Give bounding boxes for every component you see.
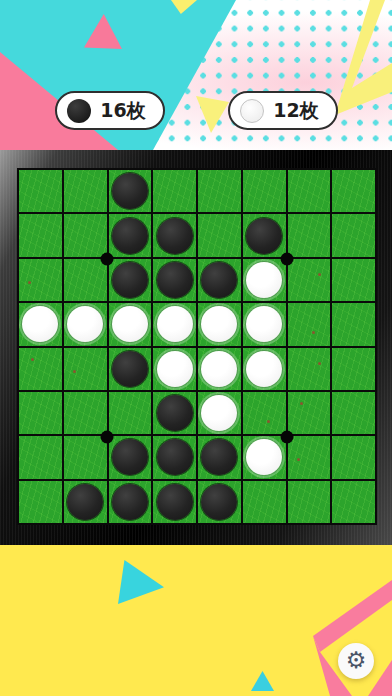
cell-h6[interactable] bbox=[332, 392, 375, 434]
pink-triangle-outline-decor bbox=[0, 545, 392, 696]
cell-f7[interactable] bbox=[243, 436, 286, 478]
cell-g5[interactable] bbox=[288, 348, 331, 390]
white-disc-e5 bbox=[201, 351, 237, 387]
black-disc-c5 bbox=[112, 351, 148, 387]
cell-g4[interactable] bbox=[288, 303, 331, 345]
black-disc-icon bbox=[67, 99, 91, 123]
black-disc-b8 bbox=[67, 484, 103, 520]
cell-e4[interactable] bbox=[198, 303, 241, 345]
cell-f2[interactable] bbox=[243, 214, 286, 256]
cell-g6[interactable] bbox=[288, 392, 331, 434]
cell-b7[interactable] bbox=[64, 436, 107, 478]
black-disc-e3 bbox=[201, 262, 237, 298]
othello-board[interactable] bbox=[17, 168, 377, 525]
cell-f4[interactable] bbox=[243, 303, 286, 345]
cell-c3[interactable] bbox=[109, 259, 152, 301]
cell-c6[interactable] bbox=[109, 392, 152, 434]
white-disc-d4 bbox=[157, 306, 193, 342]
cell-e2[interactable] bbox=[198, 214, 241, 256]
cell-g7[interactable] bbox=[288, 436, 331, 478]
cell-b5[interactable] bbox=[64, 348, 107, 390]
cell-b6[interactable] bbox=[64, 392, 107, 434]
black-disc-c7 bbox=[112, 439, 148, 475]
cell-c7[interactable] bbox=[109, 436, 152, 478]
cell-g1[interactable] bbox=[288, 170, 331, 212]
cell-c2[interactable] bbox=[109, 214, 152, 256]
cell-a3[interactable] bbox=[19, 259, 62, 301]
app-screen: 16枚 12枚 ⚙ bbox=[0, 0, 392, 696]
cell-b2[interactable] bbox=[64, 214, 107, 256]
cell-d3[interactable] bbox=[153, 259, 196, 301]
white-disc-f7 bbox=[246, 439, 282, 475]
settings-button[interactable]: ⚙ bbox=[338, 643, 374, 679]
cell-g8[interactable] bbox=[288, 481, 331, 523]
felt-speck bbox=[300, 402, 303, 405]
white-disc-f4 bbox=[246, 306, 282, 342]
cell-f5[interactable] bbox=[243, 348, 286, 390]
cell-d1[interactable] bbox=[153, 170, 196, 212]
cell-e6[interactable] bbox=[198, 392, 241, 434]
white-score-pill: 12枚 bbox=[228, 91, 338, 130]
white-score-label: 12枚 bbox=[264, 98, 336, 124]
yellow-band-decor bbox=[0, 0, 392, 150]
cell-c4[interactable] bbox=[109, 303, 152, 345]
cell-f6[interactable] bbox=[243, 392, 286, 434]
cell-d8[interactable] bbox=[153, 481, 196, 523]
cell-a4[interactable] bbox=[19, 303, 62, 345]
white-disc-d5 bbox=[157, 351, 193, 387]
white-disc-a4 bbox=[22, 306, 58, 342]
cell-f3[interactable] bbox=[243, 259, 286, 301]
felt-speck bbox=[312, 331, 315, 334]
white-disc-b4 bbox=[67, 306, 103, 342]
white-disc-icon bbox=[240, 99, 264, 123]
star-point-top-left bbox=[101, 253, 114, 266]
cell-d5[interactable] bbox=[153, 348, 196, 390]
cell-f1[interactable] bbox=[243, 170, 286, 212]
cell-a5[interactable] bbox=[19, 348, 62, 390]
cell-a7[interactable] bbox=[19, 436, 62, 478]
cell-h8[interactable] bbox=[332, 481, 375, 523]
footer: ⚙ bbox=[0, 545, 392, 696]
cell-d6[interactable] bbox=[153, 392, 196, 434]
cell-a1[interactable] bbox=[19, 170, 62, 212]
cell-b3[interactable] bbox=[64, 259, 107, 301]
felt-speck bbox=[318, 273, 321, 276]
star-point-bottom-left bbox=[101, 431, 114, 444]
cell-h7[interactable] bbox=[332, 436, 375, 478]
gear-icon: ⚙ bbox=[346, 649, 367, 672]
board-frame bbox=[0, 150, 392, 545]
cell-d2[interactable] bbox=[153, 214, 196, 256]
black-disc-e8 bbox=[201, 484, 237, 520]
black-disc-c1 bbox=[112, 173, 148, 209]
black-disc-c2 bbox=[112, 218, 148, 254]
felt-speck bbox=[267, 420, 270, 423]
felt-speck bbox=[297, 458, 300, 461]
cell-h2[interactable] bbox=[332, 214, 375, 256]
felt-speck bbox=[31, 358, 34, 361]
cell-c1[interactable] bbox=[109, 170, 152, 212]
header: 16枚 12枚 bbox=[0, 0, 392, 150]
cell-d7[interactable] bbox=[153, 436, 196, 478]
black-disc-d8 bbox=[157, 484, 193, 520]
cell-e1[interactable] bbox=[198, 170, 241, 212]
cell-h5[interactable] bbox=[332, 348, 375, 390]
white-disc-c4 bbox=[112, 306, 148, 342]
white-disc-f5 bbox=[246, 351, 282, 387]
cell-a6[interactable] bbox=[19, 392, 62, 434]
felt-speck bbox=[318, 362, 321, 365]
black-disc-f2 bbox=[246, 218, 282, 254]
cell-h4[interactable] bbox=[332, 303, 375, 345]
black-disc-d7 bbox=[157, 439, 193, 475]
white-disc-f3 bbox=[246, 262, 282, 298]
black-disc-c8 bbox=[112, 484, 148, 520]
cell-h1[interactable] bbox=[332, 170, 375, 212]
black-disc-d3 bbox=[157, 262, 193, 298]
felt-speck bbox=[73, 370, 76, 373]
white-disc-e6 bbox=[201, 395, 237, 431]
white-disc-e4 bbox=[201, 306, 237, 342]
cell-a8[interactable] bbox=[19, 481, 62, 523]
cell-c5[interactable] bbox=[109, 348, 152, 390]
cell-e5[interactable] bbox=[198, 348, 241, 390]
black-score-label: 16枚 bbox=[91, 98, 163, 124]
black-disc-d6 bbox=[157, 395, 193, 431]
cell-f8[interactable] bbox=[243, 481, 286, 523]
cell-c8[interactable] bbox=[109, 481, 152, 523]
star-point-bottom-right bbox=[281, 431, 294, 444]
cell-g3[interactable] bbox=[288, 259, 331, 301]
cell-e8[interactable] bbox=[198, 481, 241, 523]
felt-speck bbox=[28, 281, 31, 284]
black-disc-e7 bbox=[201, 439, 237, 475]
black-disc-d2 bbox=[157, 218, 193, 254]
star-point-top-right bbox=[281, 253, 294, 266]
cell-b4[interactable] bbox=[64, 303, 107, 345]
black-disc-c3 bbox=[112, 262, 148, 298]
cell-a2[interactable] bbox=[19, 214, 62, 256]
cell-b8[interactable] bbox=[64, 481, 107, 523]
cell-e7[interactable] bbox=[198, 436, 241, 478]
cell-b1[interactable] bbox=[64, 170, 107, 212]
cell-e3[interactable] bbox=[198, 259, 241, 301]
cell-h3[interactable] bbox=[332, 259, 375, 301]
black-score-pill: 16枚 bbox=[55, 91, 165, 130]
cell-d4[interactable] bbox=[153, 303, 196, 345]
cell-g2[interactable] bbox=[288, 214, 331, 256]
